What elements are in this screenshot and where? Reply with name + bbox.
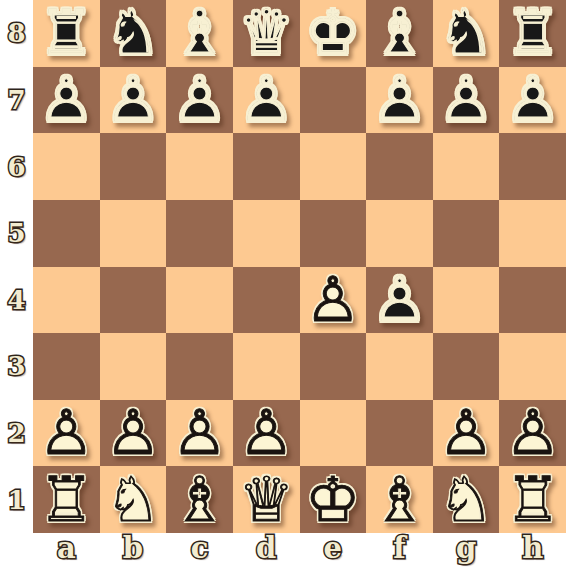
square-b4[interactable] xyxy=(100,267,167,334)
white-rook-a1[interactable]: ♜♖ xyxy=(33,466,100,533)
white-king-e1[interactable]: ♚♔ xyxy=(300,466,367,533)
piece-detail-glyph: ♔ xyxy=(305,469,361,531)
square-e2[interactable] xyxy=(300,400,367,467)
square-c7[interactable]: ♟♙ xyxy=(166,67,233,134)
black-pawn-c7[interactable]: ♟♙ xyxy=(166,67,233,134)
black-bishop-f8[interactable]: ♝♗ xyxy=(366,0,433,67)
piece-detail-glyph: ♗ xyxy=(372,469,428,531)
piece-detail-glyph: ♖ xyxy=(505,469,561,531)
white-pawn-b2[interactable]: ♟♙ xyxy=(100,400,167,467)
chess-diagram: 87654321 ♜♖♞♘♝♗♛♕♚♔♝♗♞♘♜♖♟♙♟♙♟♙♟♙♟♙♟♙♟♙♟… xyxy=(0,0,566,567)
file-label-g: g xyxy=(433,533,500,567)
piece-detail-glyph: ♘ xyxy=(438,469,494,531)
piece-detail-glyph: ♙ xyxy=(372,69,428,131)
file-label-b: b xyxy=(100,533,167,567)
square-h2[interactable]: ♟♙ xyxy=(499,400,566,467)
square-f7[interactable]: ♟♙ xyxy=(366,67,433,134)
square-h5[interactable] xyxy=(499,200,566,267)
square-f2[interactable] xyxy=(366,400,433,467)
rank-label-7: 7 xyxy=(0,67,33,134)
square-b3[interactable] xyxy=(100,333,167,400)
piece-detail-glyph: ♙ xyxy=(172,402,228,464)
square-d5[interactable] xyxy=(233,200,300,267)
square-e3[interactable] xyxy=(300,333,367,400)
piece-detail-glyph: ♖ xyxy=(505,2,561,64)
file-label-d: d xyxy=(233,533,300,567)
white-pawn-a2[interactable]: ♟♙ xyxy=(33,400,100,467)
square-d4[interactable] xyxy=(233,267,300,334)
rank-label-4: 4 xyxy=(0,267,33,334)
black-queen-d8[interactable]: ♛♕ xyxy=(233,0,300,67)
black-pawn-h7[interactable]: ♟♙ xyxy=(499,67,566,134)
square-b8[interactable]: ♞♘ xyxy=(100,0,167,67)
piece-detail-glyph: ♕ xyxy=(238,2,294,64)
white-queen-d1[interactable]: ♛♕ xyxy=(233,466,300,533)
piece-detail-glyph: ♗ xyxy=(172,2,228,64)
square-e4[interactable]: ♟♙ xyxy=(300,267,367,334)
rank-label-5: 5 xyxy=(0,200,33,267)
piece-detail-glyph: ♙ xyxy=(238,402,294,464)
rank-label-1: 1 xyxy=(0,466,33,533)
black-king-e8[interactable]: ♚♔ xyxy=(300,0,367,67)
white-bishop-c1[interactable]: ♝♗ xyxy=(166,466,233,533)
black-rook-a8[interactable]: ♜♖ xyxy=(33,0,100,67)
piece-detail-glyph: ♙ xyxy=(438,69,494,131)
square-d3[interactable] xyxy=(233,333,300,400)
square-a5[interactable] xyxy=(33,200,100,267)
square-e6[interactable] xyxy=(300,133,367,200)
board-grid[interactable]: ♜♖♞♘♝♗♛♕♚♔♝♗♞♘♜♖♟♙♟♙♟♙♟♙♟♙♟♙♟♙♟♙♟♙♟♙♟♙♟♙… xyxy=(33,0,566,533)
square-d8[interactable]: ♛♕ xyxy=(233,0,300,67)
square-g4[interactable] xyxy=(433,267,500,334)
rank-label-8: 8 xyxy=(0,0,33,67)
square-c8[interactable]: ♝♗ xyxy=(166,0,233,67)
file-label-h: h xyxy=(499,533,566,567)
piece-detail-glyph: ♙ xyxy=(505,69,561,131)
square-b1[interactable]: ♞♘ xyxy=(100,466,167,533)
black-pawn-a7[interactable]: ♟♙ xyxy=(33,67,100,134)
piece-detail-glyph: ♙ xyxy=(172,69,228,131)
piece-detail-glyph: ♗ xyxy=(172,469,228,531)
file-label-a: a xyxy=(33,533,100,567)
square-f3[interactable] xyxy=(366,333,433,400)
file-labels: abcdefgh xyxy=(33,533,566,567)
square-a2[interactable]: ♟♙ xyxy=(33,400,100,467)
square-d2[interactable]: ♟♙ xyxy=(233,400,300,467)
square-e7[interactable] xyxy=(300,67,367,134)
black-pawn-b7[interactable]: ♟♙ xyxy=(100,67,167,134)
piece-detail-glyph: ♙ xyxy=(505,402,561,464)
square-c4[interactable] xyxy=(166,267,233,334)
square-g6[interactable] xyxy=(433,133,500,200)
square-a1[interactable]: ♜♖ xyxy=(33,466,100,533)
square-f8[interactable]: ♝♗ xyxy=(366,0,433,67)
white-pawn-g2[interactable]: ♟♙ xyxy=(433,400,500,467)
piece-detail-glyph: ♙ xyxy=(372,269,428,331)
piece-detail-glyph: ♙ xyxy=(105,402,161,464)
square-a8[interactable]: ♜♖ xyxy=(33,0,100,67)
black-rook-h8[interactable]: ♜♖ xyxy=(499,0,566,67)
piece-detail-glyph: ♘ xyxy=(105,2,161,64)
rank-label-6: 6 xyxy=(0,133,33,200)
black-pawn-f4[interactable]: ♟♙ xyxy=(366,267,433,334)
black-knight-b8[interactable]: ♞♘ xyxy=(100,0,167,67)
piece-detail-glyph: ♙ xyxy=(238,69,294,131)
square-c6[interactable] xyxy=(166,133,233,200)
square-h8[interactable]: ♜♖ xyxy=(499,0,566,67)
black-pawn-g7[interactable]: ♟♙ xyxy=(433,67,500,134)
square-b2[interactable]: ♟♙ xyxy=(100,400,167,467)
file-label-f: f xyxy=(366,533,433,567)
black-knight-g8[interactable]: ♞♘ xyxy=(433,0,500,67)
square-e5[interactable] xyxy=(300,200,367,267)
square-a4[interactable] xyxy=(33,267,100,334)
square-e1[interactable]: ♚♔ xyxy=(300,466,367,533)
square-g5[interactable] xyxy=(433,200,500,267)
square-b7[interactable]: ♟♙ xyxy=(100,67,167,134)
piece-detail-glyph: ♙ xyxy=(305,269,361,331)
rank-label-2: 2 xyxy=(0,400,33,467)
square-a7[interactable]: ♟♙ xyxy=(33,67,100,134)
square-g7[interactable]: ♟♙ xyxy=(433,67,500,134)
square-h3[interactable] xyxy=(499,333,566,400)
white-knight-g1[interactable]: ♞♘ xyxy=(433,466,500,533)
rank-label-3: 3 xyxy=(0,333,33,400)
white-pawn-c2[interactable]: ♟♙ xyxy=(166,400,233,467)
square-c1[interactable]: ♝♗ xyxy=(166,466,233,533)
black-pawn-f7[interactable]: ♟♙ xyxy=(366,67,433,134)
square-g3[interactable] xyxy=(433,333,500,400)
file-label-c: c xyxy=(166,533,233,567)
square-f5[interactable] xyxy=(366,200,433,267)
square-f6[interactable] xyxy=(366,133,433,200)
piece-detail-glyph: ♔ xyxy=(305,2,361,64)
piece-detail-glyph: ♗ xyxy=(372,2,428,64)
square-h4[interactable] xyxy=(499,267,566,334)
square-g1[interactable]: ♞♘ xyxy=(433,466,500,533)
black-bishop-c8[interactable]: ♝♗ xyxy=(166,0,233,67)
square-g8[interactable]: ♞♘ xyxy=(433,0,500,67)
white-knight-b1[interactable]: ♞♘ xyxy=(100,466,167,533)
square-b6[interactable] xyxy=(100,133,167,200)
square-f4[interactable]: ♟♙ xyxy=(366,267,433,334)
square-a6[interactable] xyxy=(33,133,100,200)
piece-detail-glyph: ♙ xyxy=(105,69,161,131)
square-h7[interactable]: ♟♙ xyxy=(499,67,566,134)
white-pawn-d2[interactable]: ♟♙ xyxy=(233,400,300,467)
piece-detail-glyph: ♕ xyxy=(238,469,294,531)
square-c5[interactable] xyxy=(166,200,233,267)
piece-detail-glyph: ♘ xyxy=(105,469,161,531)
white-pawn-h2[interactable]: ♟♙ xyxy=(499,400,566,467)
piece-detail-glyph: ♙ xyxy=(39,402,95,464)
square-f1[interactable]: ♝♗ xyxy=(366,466,433,533)
square-h1[interactable]: ♜♖ xyxy=(499,466,566,533)
piece-detail-glyph: ♙ xyxy=(39,69,95,131)
square-d1[interactable]: ♛♕ xyxy=(233,466,300,533)
square-d6[interactable] xyxy=(233,133,300,200)
square-e8[interactable]: ♚♔ xyxy=(300,0,367,67)
white-bishop-f1[interactable]: ♝♗ xyxy=(366,466,433,533)
rank-labels: 87654321 xyxy=(0,0,33,533)
file-label-e: e xyxy=(300,533,367,567)
piece-detail-glyph: ♖ xyxy=(39,2,95,64)
square-g2[interactable]: ♟♙ xyxy=(433,400,500,467)
piece-detail-glyph: ♘ xyxy=(438,2,494,64)
white-pawn-e4[interactable]: ♟♙ xyxy=(300,267,367,334)
piece-detail-glyph: ♖ xyxy=(39,469,95,531)
square-c3[interactable] xyxy=(166,333,233,400)
square-b5[interactable] xyxy=(100,200,167,267)
square-c2[interactable]: ♟♙ xyxy=(166,400,233,467)
white-rook-h1[interactable]: ♜♖ xyxy=(499,466,566,533)
piece-detail-glyph: ♙ xyxy=(438,402,494,464)
black-pawn-d7[interactable]: ♟♙ xyxy=(233,67,300,134)
square-h6[interactable] xyxy=(499,133,566,200)
square-d7[interactable]: ♟♙ xyxy=(233,67,300,134)
square-a3[interactable] xyxy=(33,333,100,400)
